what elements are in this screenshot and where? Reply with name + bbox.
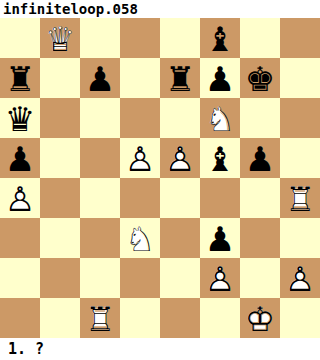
piece-black-pawn: ♟ <box>240 138 280 178</box>
piece-white-pawn: ♙ <box>280 258 320 298</box>
square-d5[interactable]: ♟♙ <box>120 138 160 178</box>
piece-white-pawn: ♙ <box>120 138 160 178</box>
piece-black-bishop: ♝ <box>200 138 240 178</box>
square-h4[interactable]: ♜♖ <box>280 178 320 218</box>
square-a5[interactable]: ♟ <box>0 138 40 178</box>
square-g4[interactable] <box>240 178 280 218</box>
square-f8[interactable]: ♝ <box>200 18 240 58</box>
square-c8[interactable] <box>80 18 120 58</box>
square-e6[interactable] <box>160 98 200 138</box>
piece-black-rook: ♜ <box>0 58 40 98</box>
square-c5[interactable] <box>80 138 120 178</box>
piece-black-pawn: ♟ <box>200 218 240 258</box>
square-b2[interactable] <box>40 258 80 298</box>
piece-white-pawn: ♙ <box>0 178 40 218</box>
square-g2[interactable] <box>240 258 280 298</box>
square-f6[interactable]: ♞♘ <box>200 98 240 138</box>
piece-white-knight: ♘ <box>120 218 160 258</box>
square-a6[interactable]: ♛ <box>0 98 40 138</box>
square-g3[interactable] <box>240 218 280 258</box>
square-e5[interactable]: ♟♙ <box>160 138 200 178</box>
square-h3[interactable] <box>280 218 320 258</box>
square-b4[interactable] <box>40 178 80 218</box>
square-e7[interactable]: ♜ <box>160 58 200 98</box>
piece-white-pawn: ♙ <box>200 258 240 298</box>
chess-board: ♛♕♝♜♟♜♟♚♛♞♘♟♟♙♟♙♝♟♟♙♜♖♞♘♟♟♙♟♙♜♖♚♔ <box>0 18 320 338</box>
piece-white-knight: ♘ <box>200 98 240 138</box>
piece-black-pawn: ♟ <box>200 58 240 98</box>
square-e1[interactable] <box>160 298 200 338</box>
square-b3[interactable] <box>40 218 80 258</box>
square-h7[interactable] <box>280 58 320 98</box>
square-g1[interactable]: ♚♔ <box>240 298 280 338</box>
square-c6[interactable] <box>80 98 120 138</box>
square-b6[interactable] <box>40 98 80 138</box>
square-h8[interactable] <box>280 18 320 58</box>
square-g6[interactable] <box>240 98 280 138</box>
square-d3[interactable]: ♞♘ <box>120 218 160 258</box>
square-c1[interactable]: ♜♖ <box>80 298 120 338</box>
piece-white-king: ♔ <box>240 298 280 338</box>
title-bar: infiniteloop.058 <box>0 0 320 18</box>
square-f7[interactable]: ♟ <box>200 58 240 98</box>
piece-black-rook: ♜ <box>160 58 200 98</box>
piece-white-rook: ♖ <box>280 178 320 218</box>
piece-black-pawn: ♟ <box>80 58 120 98</box>
square-e3[interactable] <box>160 218 200 258</box>
square-a7[interactable]: ♜ <box>0 58 40 98</box>
square-d6[interactable] <box>120 98 160 138</box>
square-d2[interactable] <box>120 258 160 298</box>
piece-black-bishop: ♝ <box>200 18 240 58</box>
square-e2[interactable] <box>160 258 200 298</box>
square-b1[interactable] <box>40 298 80 338</box>
square-h6[interactable] <box>280 98 320 138</box>
square-b5[interactable] <box>40 138 80 178</box>
square-f4[interactable] <box>200 178 240 218</box>
square-c2[interactable] <box>80 258 120 298</box>
puzzle-title: infiniteloop.058 <box>3 0 138 18</box>
square-h1[interactable] <box>280 298 320 338</box>
square-g7[interactable]: ♚ <box>240 58 280 98</box>
square-a2[interactable] <box>0 258 40 298</box>
square-g8[interactable] <box>240 18 280 58</box>
piece-white-queen: ♕ <box>40 18 80 58</box>
square-a8[interactable] <box>0 18 40 58</box>
square-a1[interactable] <box>0 298 40 338</box>
piece-black-queen: ♛ <box>0 98 40 138</box>
square-b8[interactable]: ♛♕ <box>40 18 80 58</box>
square-f5[interactable]: ♝ <box>200 138 240 178</box>
square-a4[interactable]: ♟♙ <box>0 178 40 218</box>
square-a3[interactable] <box>0 218 40 258</box>
square-d8[interactable] <box>120 18 160 58</box>
square-f3[interactable]: ♟ <box>200 218 240 258</box>
square-d1[interactable] <box>120 298 160 338</box>
square-e4[interactable] <box>160 178 200 218</box>
square-d4[interactable] <box>120 178 160 218</box>
square-h5[interactable] <box>280 138 320 178</box>
square-b7[interactable] <box>40 58 80 98</box>
square-d7[interactable] <box>120 58 160 98</box>
square-c4[interactable] <box>80 178 120 218</box>
square-c7[interactable]: ♟ <box>80 58 120 98</box>
square-f1[interactable] <box>200 298 240 338</box>
footer-bar: 1. ? <box>0 338 320 360</box>
piece-white-pawn: ♙ <box>160 138 200 178</box>
square-e8[interactable] <box>160 18 200 58</box>
square-g5[interactable]: ♟ <box>240 138 280 178</box>
square-h2[interactable]: ♟♙ <box>280 258 320 298</box>
square-f2[interactable]: ♟♙ <box>200 258 240 298</box>
move-prompt: 1. ? <box>8 338 44 360</box>
piece-white-rook: ♖ <box>80 298 120 338</box>
piece-black-pawn: ♟ <box>0 138 40 178</box>
piece-black-king: ♚ <box>240 58 280 98</box>
square-c3[interactable] <box>80 218 120 258</box>
